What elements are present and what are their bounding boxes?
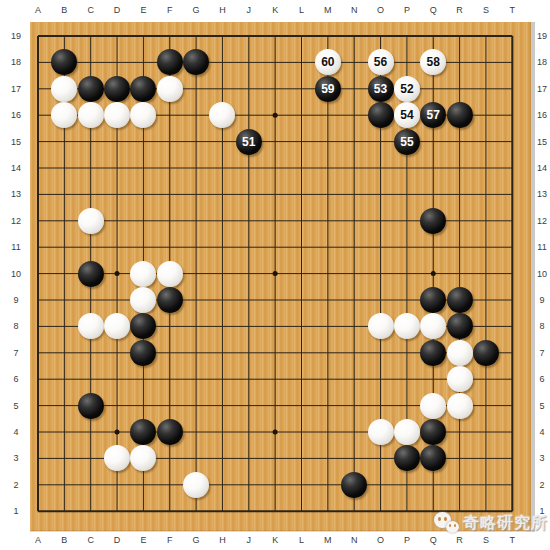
black-stone-F18: [157, 49, 183, 75]
coord-right-10: 10: [537, 269, 547, 279]
white-stone-B17: [51, 76, 77, 102]
coord-bottom-C: C: [87, 535, 94, 545]
black-stone-C5: [78, 393, 104, 419]
coord-top-N: N: [351, 5, 358, 15]
black-stone-C10: [78, 261, 104, 287]
coord-bottom-P: P: [404, 535, 410, 545]
coord-right-9: 9: [539, 295, 544, 305]
white-stone-O8: [368, 313, 394, 339]
white-stone-Q5: [420, 393, 446, 419]
black-stone-N2: [341, 472, 367, 498]
coord-bottom-J: J: [247, 535, 252, 545]
white-stone-P4: [394, 419, 420, 445]
coord-bottom-E: E: [140, 535, 146, 545]
coord-right-19: 19: [537, 31, 547, 41]
coord-bottom-O: O: [377, 535, 384, 545]
coord-right-4: 4: [539, 427, 544, 437]
coord-left-4: 4: [13, 427, 18, 437]
coord-top-P: P: [404, 5, 410, 15]
go-board-diagram: 59535751556056585254 AABBCCDDEEFFGGHHJJK…: [0, 0, 550, 550]
black-stone-D17: [104, 76, 130, 102]
coord-bottom-H: H: [219, 535, 226, 545]
move-number-52: 52: [400, 83, 413, 95]
coord-right-17: 17: [537, 84, 547, 94]
coord-left-18: 18: [11, 57, 21, 67]
coord-top-E: E: [140, 5, 146, 15]
coord-left-9: 9: [13, 295, 18, 305]
coord-bottom-G: G: [193, 535, 200, 545]
white-stone-G2: [183, 472, 209, 498]
coord-left-11: 11: [11, 242, 20, 252]
move-number-54: 54: [400, 109, 413, 121]
black-stone-Q7: [420, 340, 446, 366]
coord-right-8: 8: [539, 321, 544, 331]
move-number-51: 51: [242, 136, 255, 148]
black-stone-S7: [473, 340, 499, 366]
move-number-59: 59: [321, 83, 334, 95]
coord-top-S: S: [483, 5, 489, 15]
white-stone-E10: [130, 261, 156, 287]
coord-bottom-M: M: [324, 535, 332, 545]
black-stone-Q12: [420, 208, 446, 234]
coord-left-16: 16: [11, 110, 21, 120]
coord-left-12: 12: [11, 216, 21, 226]
coord-right-7: 7: [539, 348, 544, 358]
move-number-53: 53: [374, 83, 387, 95]
coord-right-16: 16: [537, 110, 547, 120]
coord-left-5: 5: [13, 401, 18, 411]
coord-left-3: 3: [13, 453, 18, 463]
black-stone-O17: 53: [368, 76, 394, 102]
coord-left-2: 2: [13, 480, 18, 490]
coord-top-M: M: [324, 5, 332, 15]
black-stone-J15: 51: [236, 129, 262, 155]
black-stone-R8: [447, 313, 473, 339]
coord-bottom-R: R: [456, 535, 463, 545]
coord-top-Q: Q: [430, 5, 437, 15]
coord-top-B: B: [61, 5, 67, 15]
coord-top-T: T: [510, 5, 516, 15]
white-stone-C16: [78, 102, 104, 128]
coord-left-15: 15: [11, 137, 21, 147]
white-stone-R7: [447, 340, 473, 366]
coord-left-19: 19: [11, 31, 21, 41]
coord-top-G: G: [193, 5, 200, 15]
black-stone-P15: 55: [394, 129, 420, 155]
white-stone-R6: [447, 366, 473, 392]
wechat-chat-bubbles-icon: [433, 511, 460, 536]
coord-right-12: 12: [537, 216, 547, 226]
coord-right-3: 3: [539, 453, 544, 463]
black-stone-M17: 59: [315, 76, 341, 102]
coord-right-5: 5: [539, 401, 544, 411]
coord-top-L: L: [299, 5, 304, 15]
coord-bottom-F: F: [167, 535, 173, 545]
black-stone-F4: [157, 419, 183, 445]
black-stone-O16: [368, 102, 394, 128]
coord-top-A: A: [35, 5, 41, 15]
white-stone-C8: [78, 313, 104, 339]
black-stone-R9: [447, 287, 473, 313]
coord-bottom-Q: Q: [430, 535, 437, 545]
coord-left-14: 14: [11, 163, 21, 173]
white-stone-C12: [78, 208, 104, 234]
coord-bottom-D: D: [114, 535, 121, 545]
white-stone-O18: 56: [368, 49, 394, 75]
black-stone-E7: [130, 340, 156, 366]
coord-bottom-B: B: [61, 535, 67, 545]
coord-bottom-L: L: [299, 535, 304, 545]
white-stone-P17: 52: [394, 76, 420, 102]
coord-right-18: 18: [537, 57, 547, 67]
white-stone-F10: [157, 261, 183, 287]
coord-left-8: 8: [13, 321, 18, 331]
watermark: 奇略研究所: [433, 511, 548, 536]
coord-top-O: O: [377, 5, 384, 15]
coord-right-13: 13: [537, 189, 547, 199]
move-number-55: 55: [400, 136, 413, 148]
coord-top-C: C: [87, 5, 94, 15]
coord-left-7: 7: [13, 348, 18, 358]
coord-bottom-K: K: [272, 535, 278, 545]
coord-right-6: 6: [539, 374, 544, 384]
coord-left-17: 17: [11, 84, 21, 94]
white-stone-P16: 54: [394, 102, 420, 128]
coord-top-D: D: [114, 5, 121, 15]
coord-right-14: 14: [537, 163, 547, 173]
coord-left-13: 13: [11, 189, 21, 199]
coord-left-10: 10: [11, 269, 21, 279]
coord-left-6: 6: [13, 374, 18, 384]
coord-top-J: J: [247, 5, 252, 15]
coord-right-2: 2: [539, 480, 544, 490]
black-stone-C17: [78, 76, 104, 102]
move-number-60: 60: [321, 56, 334, 68]
move-number-58: 58: [427, 56, 440, 68]
coord-left-1: 1: [13, 506, 18, 516]
watermark-text: 奇略研究所: [463, 513, 548, 534]
coord-right-11: 11: [537, 242, 546, 252]
black-stone-F9: [157, 287, 183, 313]
black-stone-E17: [130, 76, 156, 102]
white-stone-O4: [368, 419, 394, 445]
white-stone-F17: [157, 76, 183, 102]
coord-top-H: H: [219, 5, 226, 15]
coord-bottom-T: T: [510, 535, 516, 545]
coord-bottom-N: N: [351, 535, 358, 545]
coord-top-R: R: [456, 5, 463, 15]
coord-bottom-S: S: [483, 535, 489, 545]
coord-top-K: K: [272, 5, 278, 15]
coord-bottom-A: A: [35, 535, 41, 545]
coord-right-15: 15: [537, 137, 547, 147]
white-stone-R5: [447, 393, 473, 419]
move-number-57: 57: [427, 109, 440, 121]
black-stone-R16: [447, 102, 473, 128]
move-number-56: 56: [374, 56, 387, 68]
coord-top-F: F: [167, 5, 173, 15]
